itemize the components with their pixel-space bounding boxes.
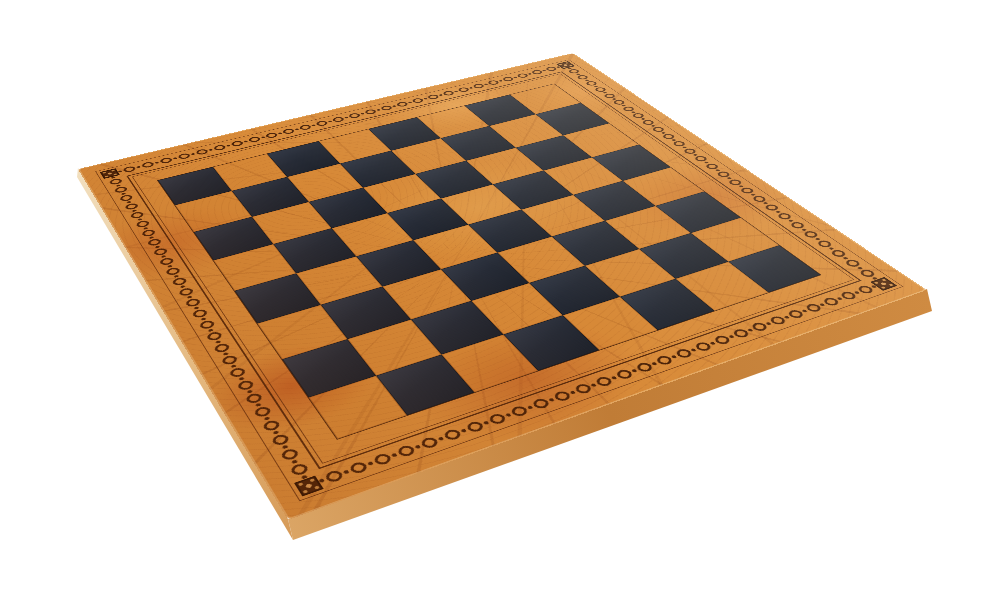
corner-rosette-top-right xyxy=(556,61,575,69)
photo-canvas xyxy=(0,0,1000,592)
corner-rosette-top-left xyxy=(100,168,120,178)
corner-rosette-bottom-left xyxy=(294,476,324,497)
corner-rosette-bottom-right xyxy=(870,277,897,291)
